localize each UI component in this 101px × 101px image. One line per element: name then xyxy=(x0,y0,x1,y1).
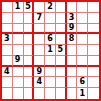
sudoku-cell-r2c7[interactable]: 3 xyxy=(67,13,78,24)
sudoku-cell-r8c1[interactable] xyxy=(2,77,13,88)
sudoku-cell-r8c9[interactable] xyxy=(88,77,99,88)
sudoku-cell-r3c3[interactable] xyxy=(24,24,35,35)
sudoku-cell-r6c7[interactable] xyxy=(67,56,78,67)
sudoku-cell-r1c2[interactable]: 1 xyxy=(13,2,24,13)
sudoku-cell-r2c9[interactable] xyxy=(88,13,99,24)
sudoku-cell-r3c1[interactable] xyxy=(2,24,13,35)
sudoku-cell-r8c4[interactable]: 4 xyxy=(34,77,45,88)
sudoku-cell-r4c2[interactable] xyxy=(13,34,24,45)
sudoku-cell-r9c3[interactable] xyxy=(24,88,35,99)
sudoku-cell-r1c9[interactable] xyxy=(88,2,99,13)
sudoku-cell-r4c1[interactable]: 3 xyxy=(2,34,13,45)
sudoku-grid: 15273936815949461 xyxy=(2,2,99,99)
sudoku-cell-r5c1[interactable] xyxy=(2,45,13,56)
sudoku-cell-r1c1[interactable] xyxy=(2,2,13,13)
sudoku-cell-r6c6[interactable] xyxy=(56,56,67,67)
sudoku-cell-r5c2[interactable] xyxy=(13,45,24,56)
sudoku-cell-r7c3[interactable] xyxy=(24,67,35,78)
sudoku-cell-r6c8[interactable] xyxy=(77,56,88,67)
sudoku-cell-r2c3[interactable] xyxy=(24,13,35,24)
sudoku-cell-r5c5[interactable]: 1 xyxy=(45,45,56,56)
sudoku-cell-r2c1[interactable] xyxy=(2,13,13,24)
sudoku-cell-r5c7[interactable] xyxy=(67,45,78,56)
sudoku-cell-r3c2[interactable] xyxy=(13,24,24,35)
sudoku-cell-r6c2[interactable]: 9 xyxy=(13,56,24,67)
sudoku-cell-r6c5[interactable] xyxy=(45,56,56,67)
sudoku-cell-r4c4[interactable] xyxy=(34,34,45,45)
sudoku-cell-r2c6[interactable] xyxy=(56,13,67,24)
sudoku-cell-r6c4[interactable] xyxy=(34,56,45,67)
sudoku-cell-r2c5[interactable] xyxy=(45,13,56,24)
sudoku-cell-r3c7[interactable]: 9 xyxy=(67,24,78,35)
sudoku-cell-r9c5[interactable] xyxy=(45,88,56,99)
sudoku-cell-r4c9[interactable] xyxy=(88,34,99,45)
sudoku-cell-r7c5[interactable] xyxy=(45,67,56,78)
sudoku-cell-r2c4[interactable]: 7 xyxy=(34,13,45,24)
sudoku-cell-r4c7[interactable]: 8 xyxy=(67,34,78,45)
sudoku-cell-r7c8[interactable] xyxy=(77,67,88,78)
sudoku-cell-r9c9[interactable] xyxy=(88,88,99,99)
sudoku-cell-r1c8[interactable] xyxy=(77,2,88,13)
sudoku-cell-r5c3[interactable] xyxy=(24,45,35,56)
sudoku-cell-r8c2[interactable] xyxy=(13,77,24,88)
sudoku-cell-r8c5[interactable] xyxy=(45,77,56,88)
sudoku-cell-r1c3[interactable]: 5 xyxy=(24,2,35,13)
sudoku-cell-r4c5[interactable]: 6 xyxy=(45,34,56,45)
sudoku-cell-r7c7[interactable] xyxy=(67,67,78,78)
sudoku-cell-r1c4[interactable] xyxy=(34,2,45,13)
sudoku-cell-r3c5[interactable] xyxy=(45,24,56,35)
sudoku-cell-r5c9[interactable] xyxy=(88,45,99,56)
sudoku-cell-r9c8[interactable]: 1 xyxy=(77,88,88,99)
sudoku-cell-r6c9[interactable] xyxy=(88,56,99,67)
sudoku-cell-r2c2[interactable] xyxy=(13,13,24,24)
sudoku-cell-r4c6[interactable] xyxy=(56,34,67,45)
sudoku-cell-r9c7[interactable] xyxy=(67,88,78,99)
sudoku-cell-r8c7[interactable] xyxy=(67,77,78,88)
sudoku-cell-r4c8[interactable] xyxy=(77,34,88,45)
sudoku-cell-r1c5[interactable]: 2 xyxy=(45,2,56,13)
sudoku-cell-r8c6[interactable] xyxy=(56,77,67,88)
sudoku-cell-r3c9[interactable] xyxy=(88,24,99,35)
sudoku-cell-r3c4[interactable] xyxy=(34,24,45,35)
sudoku-cell-r2c8[interactable] xyxy=(77,13,88,24)
sudoku-cell-r5c8[interactable] xyxy=(77,45,88,56)
sudoku-cell-r6c3[interactable] xyxy=(24,56,35,67)
sudoku-cell-r5c4[interactable] xyxy=(34,45,45,56)
sudoku-cell-r8c3[interactable] xyxy=(24,77,35,88)
sudoku-cell-r7c1[interactable]: 4 xyxy=(2,67,13,78)
sudoku-cell-r1c7[interactable] xyxy=(67,2,78,13)
sudoku-cell-r7c2[interactable] xyxy=(13,67,24,78)
sudoku-cell-r9c2[interactable] xyxy=(13,88,24,99)
sudoku-cell-r3c6[interactable] xyxy=(56,24,67,35)
sudoku-cell-r8c8[interactable]: 6 xyxy=(77,77,88,88)
sudoku-cell-r9c1[interactable] xyxy=(2,88,13,99)
sudoku-cell-r7c4[interactable]: 9 xyxy=(34,67,45,78)
sudoku-board: 15273936815949461 xyxy=(0,0,101,101)
sudoku-cell-r6c1[interactable] xyxy=(2,56,13,67)
sudoku-cell-r4c3[interactable] xyxy=(24,34,35,45)
sudoku-cell-r7c6[interactable] xyxy=(56,67,67,78)
sudoku-cell-r5c6[interactable]: 5 xyxy=(56,45,67,56)
sudoku-cell-r3c8[interactable] xyxy=(77,24,88,35)
sudoku-cell-r7c9[interactable] xyxy=(88,67,99,78)
sudoku-cell-r1c6[interactable] xyxy=(56,2,67,13)
sudoku-cell-r9c6[interactable] xyxy=(56,88,67,99)
sudoku-cell-r9c4[interactable] xyxy=(34,88,45,99)
